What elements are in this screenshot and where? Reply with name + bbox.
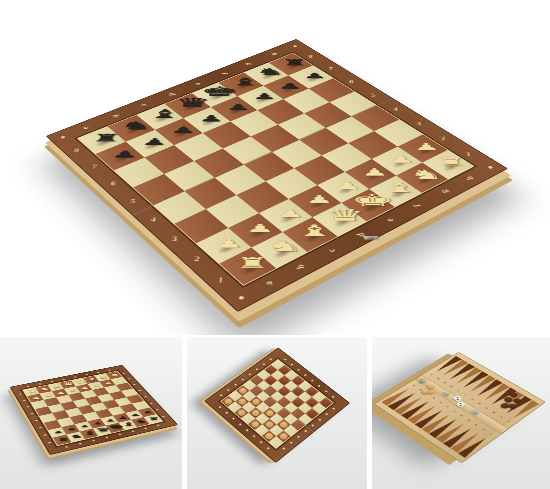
border-dot	[105, 436, 108, 438]
border-dot	[246, 429, 249, 431]
coordinate-label: a	[82, 125, 93, 129]
hinge	[441, 391, 450, 397]
border-dot	[133, 384, 136, 385]
border-dot	[219, 406, 222, 408]
coordinate-label: 7	[328, 66, 333, 71]
coordinate-label: 5	[129, 197, 136, 204]
border-dot	[97, 372, 100, 373]
coordinate-label: 1	[465, 151, 471, 157]
border-dot	[311, 424, 314, 426]
coordinate-label: 7	[91, 163, 98, 169]
coordinate-label: f	[220, 72, 230, 75]
coordinate-label: 3	[416, 120, 421, 126]
border-dot	[35, 420, 38, 422]
border-dot	[51, 381, 54, 382]
metal-clasp	[420, 379, 426, 384]
border-dot	[85, 374, 88, 375]
border-dot	[162, 416, 165, 418]
thumbnail-checkers[interactable]	[187, 337, 367, 489]
border-dot	[128, 378, 131, 379]
thumbnail-chess-set[interactable]: ♜♞♝♛♚♝♞♜♟♟♟♟♟♟♟♟♟♟♟♟♟♟♟♟♜♞♝♛♚♝♞♜	[0, 337, 182, 489]
border-dot	[138, 390, 141, 392]
coordinate-label: e	[194, 82, 204, 85]
border-dot	[256, 368, 259, 370]
border-dot	[157, 425, 160, 427]
border-dot	[304, 374, 307, 376]
coordinate-label: d	[354, 232, 367, 238]
coordinate-label: g	[437, 189, 449, 194]
coordinate-label: 4	[150, 215, 157, 222]
coordinate-label: e	[383, 218, 395, 223]
main-product-image[interactable]: aabbccddeeffgghh1122334455667788♜♞♝♛♚♝♞♜…	[0, 0, 550, 335]
coordinate-label: f	[411, 204, 423, 208]
thumbnail-row: ♜♞♝♛♚♝♞♜♟♟♟♟♟♟♟♟♟♟♟♟♟♟♟♟♜♞♝♛♚♝♞♜	[0, 337, 550, 489]
hinge	[470, 409, 479, 415]
border-dot	[291, 364, 294, 366]
border-dot	[39, 427, 42, 429]
border-dot	[150, 402, 153, 404]
coordinate-label: 2	[194, 254, 201, 262]
border-dot	[92, 440, 95, 442]
border-dot	[39, 383, 42, 384]
coordinate-label: h	[463, 176, 475, 181]
main-chess-board: aabbccddeeffgghh1122334455667788♜♞♝♛♚♝♞♜…	[46, 39, 508, 312]
border-dot	[232, 418, 235, 420]
border-dot	[31, 413, 34, 415]
coordinate-label: c	[324, 248, 337, 253]
border-dot	[220, 394, 223, 396]
border-dot	[318, 385, 321, 387]
corner-inlay	[487, 166, 493, 170]
coordinate-label: b	[111, 114, 122, 118]
border-dot	[44, 434, 47, 436]
coordinate-label: d	[167, 92, 178, 96]
coordinate-label: a	[261, 281, 274, 287]
border-dot	[122, 373, 125, 374]
coordinate-label: 6	[349, 79, 354, 84]
border-dot	[27, 386, 30, 387]
border-dot	[297, 436, 300, 438]
border-dot	[131, 430, 134, 432]
border-dot	[290, 442, 293, 444]
border-dot	[225, 412, 228, 414]
border-dot	[249, 373, 252, 375]
border-dot	[234, 384, 237, 386]
border-dot	[318, 419, 321, 421]
border-dot	[118, 433, 121, 435]
border-dot	[253, 435, 256, 437]
border-dot	[260, 441, 263, 443]
product-gallery: aabbccddeeffgghh1122334455667788♜♞♝♛♚♝♞♜…	[0, 0, 550, 489]
border-dot	[263, 363, 266, 365]
coordinate-label: 1	[217, 275, 224, 283]
border-dot	[108, 370, 111, 371]
border-dot	[267, 447, 270, 449]
border-dot	[332, 408, 335, 410]
coordinate-label: 8	[308, 54, 313, 59]
border-dot	[269, 358, 272, 360]
thumb-chess-board: ♜♞♝♛♚♝♞♜♟♟♟♟♟♟♟♟♟♟♟♟♟♟♟♟♜♞♝♛♚♝♞♜	[10, 365, 179, 455]
border-dot	[65, 446, 68, 448]
border-dot	[241, 379, 244, 381]
border-dot	[19, 393, 22, 395]
border-dot	[74, 376, 77, 377]
border-dot	[311, 380, 314, 382]
border-dot	[227, 389, 230, 391]
border-dot	[325, 413, 328, 415]
corner-inlay	[292, 45, 297, 48]
coordinate-label: b	[293, 264, 306, 270]
border-dot	[62, 379, 65, 380]
border-dot	[297, 369, 300, 371]
coordinate-label: 6	[110, 180, 117, 187]
border-dot	[23, 400, 26, 402]
border-dot	[282, 447, 285, 449]
border-dot	[239, 423, 242, 425]
thumb-checkers-board	[204, 347, 350, 463]
coordinate-label: 4	[393, 106, 398, 112]
coordinate-label: h	[270, 52, 280, 56]
border-dot	[79, 443, 82, 445]
coordinate-label: 5	[371, 92, 376, 97]
border-dot	[144, 427, 147, 429]
border-dot	[48, 442, 51, 444]
coordinate-label: 3	[171, 234, 178, 242]
border-dot	[156, 409, 159, 411]
corner-inlay	[59, 136, 65, 139]
border-dot	[27, 406, 30, 408]
border-dot	[325, 390, 328, 392]
coordinate-label: c	[140, 103, 151, 107]
corner-inlay	[237, 295, 244, 300]
border-dot	[304, 430, 307, 432]
coordinate-label: g	[245, 62, 255, 65]
coordinate-label: 2	[440, 135, 445, 141]
backgammon-board	[374, 352, 546, 463]
border-dot	[144, 396, 147, 398]
border-dot	[284, 359, 287, 361]
coordinate-label: 8	[73, 147, 80, 153]
border-dot	[332, 396, 335, 398]
thumbnail-backgammon[interactable]	[372, 337, 550, 489]
